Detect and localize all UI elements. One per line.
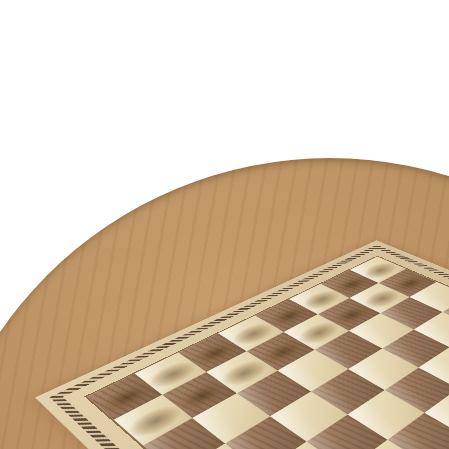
pawn-glyph: ♟ [104, 317, 203, 427]
chess-board: ♜♞♝♛♚♝♞♜♟♟♟♟♟♟♟♟ [35, 240, 449, 449]
board-squares: ♜♞♝♛♚♝♞♜♟♟♟♟♟♟♟♟ [87, 257, 449, 449]
scene: ♜♞♝♛♚♝♞♜♟♟♟♟♟♟♟♟ [0, 0, 449, 449]
